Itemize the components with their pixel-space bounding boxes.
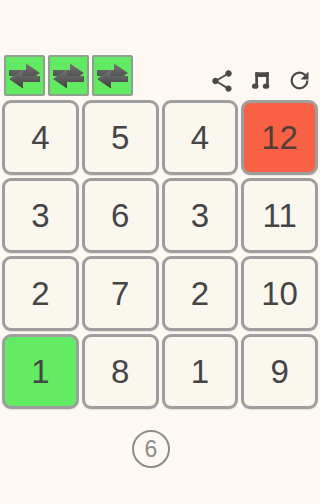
- cell-r2c4[interactable]: 11: [241, 178, 318, 253]
- cell-r2c2[interactable]: 6: [82, 178, 159, 253]
- swap-button-row: [4, 55, 133, 96]
- swap-arrows-icon: [97, 62, 129, 90]
- move-counter-badge: 6: [132, 430, 170, 468]
- cell-r3c2[interactable]: 7: [82, 256, 159, 331]
- swap-button-3[interactable]: [92, 55, 133, 96]
- cell-r4c3[interactable]: 1: [162, 334, 239, 409]
- cell-r1c2[interactable]: 5: [82, 100, 159, 175]
- toolbar-icon-group: [209, 67, 313, 94]
- swap-button-2[interactable]: [48, 55, 89, 96]
- cell-r4c4[interactable]: 9: [241, 334, 318, 409]
- cell-r4c1[interactable]: 1: [2, 334, 79, 409]
- swap-arrows-icon: [9, 62, 41, 90]
- cell-r3c1[interactable]: 2: [2, 256, 79, 331]
- swap-arrows-icon: [53, 62, 85, 90]
- swap-button-1[interactable]: [4, 55, 45, 96]
- music-note-icon[interactable]: [248, 68, 273, 93]
- refresh-icon[interactable]: [286, 67, 313, 94]
- cell-r1c4[interactable]: 12: [241, 100, 318, 175]
- cell-r2c3[interactable]: 3: [162, 178, 239, 253]
- cell-r1c3[interactable]: 4: [162, 100, 239, 175]
- cell-r4c2[interactable]: 8: [82, 334, 159, 409]
- cell-r2c1[interactable]: 3: [2, 178, 79, 253]
- puzzle-grid: 4541236311272101819: [2, 100, 318, 409]
- cell-r1c1[interactable]: 4: [2, 100, 79, 175]
- cell-r3c4[interactable]: 10: [241, 256, 318, 331]
- app-screen: { "game": "4x4 number swap/slide puzzle"…: [0, 0, 320, 504]
- share-icon[interactable]: [209, 68, 235, 94]
- cell-r3c3[interactable]: 2: [162, 256, 239, 331]
